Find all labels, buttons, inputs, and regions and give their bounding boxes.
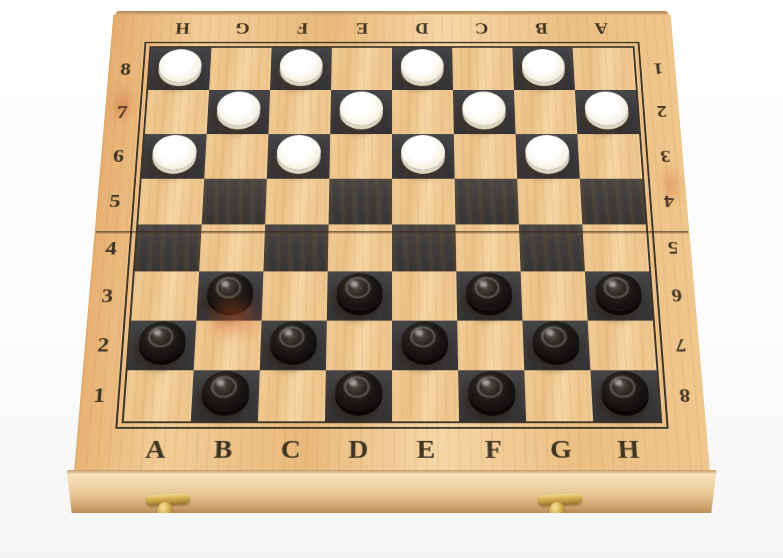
square-e8[interactable] [392, 48, 453, 90]
file-label-top-d: D [392, 15, 452, 42]
square-d7[interactable] [330, 90, 392, 134]
file-label-bottom-a: A [120, 429, 190, 470]
square-g7[interactable] [513, 90, 576, 134]
board-grid [123, 48, 660, 422]
board-frame [115, 42, 668, 429]
file-label-top-b: B [511, 15, 572, 42]
white-checker-c8[interactable] [279, 49, 323, 82]
square-e6[interactable] [392, 134, 455, 179]
square-h5[interactable] [579, 178, 645, 224]
brass-hinge-left-icon [146, 494, 190, 528]
file-label-top-h: H [151, 15, 213, 42]
square-c6[interactable] [266, 134, 329, 179]
file-label-top-e: E [331, 15, 391, 42]
file-label-bottom-c: C [256, 429, 325, 470]
white-checker-a6[interactable] [151, 135, 197, 170]
square-e1[interactable] [392, 370, 459, 421]
black-checker-g2[interactable] [532, 322, 580, 361]
square-b8[interactable] [209, 48, 272, 90]
square-f7[interactable] [452, 90, 515, 134]
black-checker-b1[interactable] [201, 372, 250, 412]
square-d3[interactable] [326, 272, 391, 321]
square-g5[interactable] [517, 178, 582, 224]
files-bottom-labels: ABCDEFGH [120, 429, 664, 470]
square-b5[interactable] [201, 178, 266, 224]
square-h8[interactable] [572, 48, 635, 90]
hinge-knob [549, 502, 565, 522]
square-d1[interactable] [324, 370, 391, 421]
white-checker-e6[interactable] [401, 135, 445, 170]
rank-label-left-2: 2 [82, 320, 123, 370]
square-h3[interactable] [584, 272, 652, 321]
square-h7[interactable] [574, 90, 638, 134]
square-g8[interactable] [512, 48, 575, 90]
square-b2[interactable] [193, 320, 261, 370]
rank-label-left-1: 1 [78, 370, 119, 421]
black-checker-h1[interactable] [600, 372, 650, 412]
square-f8[interactable] [452, 48, 514, 90]
rank-label-left-5: 5 [95, 178, 134, 224]
square-a6[interactable] [141, 134, 206, 179]
square-c8[interactable] [270, 48, 332, 90]
square-d5[interactable] [328, 178, 391, 224]
brass-hinge-right-icon [538, 494, 582, 528]
white-checker-a8[interactable] [157, 49, 202, 82]
square-c5[interactable] [265, 178, 329, 224]
hinge-knob [157, 502, 173, 522]
file-label-top-c: C [451, 15, 512, 42]
square-g6[interactable] [515, 134, 579, 179]
square-a1[interactable] [123, 370, 193, 421]
rank-label-right-2: 2 [643, 90, 681, 134]
square-h1[interactable] [590, 370, 660, 421]
file-label-top-a: A [570, 15, 632, 42]
black-checker-f1[interactable] [467, 372, 515, 412]
square-f5[interactable] [454, 178, 518, 224]
rank-label-left-6: 6 [99, 134, 137, 179]
file-label-top-f: F [271, 15, 332, 42]
square-f1[interactable] [458, 370, 526, 421]
white-checker-d7[interactable] [339, 91, 383, 125]
square-g2[interactable] [522, 320, 590, 370]
fold-seam [95, 231, 688, 233]
square-e7[interactable] [392, 90, 454, 134]
black-checker-d1[interactable] [334, 372, 381, 412]
black-checker-b3[interactable] [206, 273, 253, 311]
square-f3[interactable] [456, 272, 522, 321]
file-label-bottom-f: F [459, 429, 528, 470]
square-a8[interactable] [148, 48, 211, 90]
white-checker-b7[interactable] [216, 91, 261, 125]
square-a2[interactable] [127, 320, 196, 370]
rank-label-right-6: 6 [656, 272, 696, 321]
rank-label-left-8: 8 [106, 48, 143, 90]
square-b1[interactable] [190, 370, 259, 421]
square-a3[interactable] [131, 272, 199, 321]
square-g1[interactable] [524, 370, 593, 421]
square-a7[interactable] [144, 90, 208, 134]
square-g3[interactable] [520, 272, 587, 321]
white-checker-h7[interactable] [583, 91, 628, 125]
black-checker-e2[interactable] [401, 322, 448, 361]
rank-label-right-1: 1 [639, 48, 676, 90]
square-b7[interactable] [206, 90, 269, 134]
square-b6[interactable] [204, 134, 268, 179]
board: HGFEDCBA ABCDEFGH 87654321 12345678 [74, 14, 710, 472]
square-c2[interactable] [259, 320, 326, 370]
square-e5[interactable] [392, 178, 455, 224]
file-label-top-g: G [211, 15, 272, 42]
black-checker-c2[interactable] [269, 322, 316, 361]
rank-label-right-4: 4 [649, 178, 688, 224]
black-checker-d3[interactable] [336, 273, 382, 311]
files-top-labels: HGFEDCBA [151, 15, 632, 42]
file-label-bottom-h: H [593, 429, 663, 470]
rank-label-right-3: 3 [646, 134, 684, 179]
board-far-edge [116, 11, 668, 15]
square-f6[interactable] [453, 134, 516, 179]
black-checker-f3[interactable] [465, 273, 512, 311]
rank-label-right-7: 7 [660, 320, 701, 370]
product-photo-scene: HGFEDCBA ABCDEFGH 87654321 12345678 [0, 0, 783, 558]
file-label-bottom-b: B [188, 429, 257, 470]
file-label-bottom-d: D [324, 429, 392, 470]
square-h6[interactable] [577, 134, 642, 179]
rank-label-left-3: 3 [87, 272, 127, 321]
square-b3[interactable] [196, 272, 263, 321]
square-f2[interactable] [457, 320, 524, 370]
rank-label-right-8: 8 [664, 370, 705, 421]
white-checker-g8[interactable] [521, 49, 565, 82]
square-c3[interactable] [261, 272, 327, 321]
square-c1[interactable] [257, 370, 325, 421]
board-frame-inner [121, 46, 662, 423]
box-front-edge [67, 470, 717, 513]
square-c7[interactable] [268, 90, 331, 134]
square-d8[interactable] [331, 48, 392, 90]
white-checker-c6[interactable] [276, 135, 321, 170]
white-checker-f7[interactable] [461, 91, 505, 125]
white-checker-e8[interactable] [400, 49, 443, 82]
rank-label-left-7: 7 [103, 90, 141, 134]
black-checker-h3[interactable] [594, 273, 642, 311]
file-label-bottom-g: G [526, 429, 595, 470]
square-h2[interactable] [587, 320, 656, 370]
black-checker-a2[interactable] [137, 322, 186, 361]
square-d2[interactable] [325, 320, 391, 370]
square-d6[interactable] [329, 134, 392, 179]
file-label-bottom-e: E [392, 429, 460, 470]
square-e2[interactable] [392, 320, 458, 370]
square-a5[interactable] [138, 178, 204, 224]
white-checker-g6[interactable] [524, 135, 569, 170]
square-e3[interactable] [392, 272, 457, 321]
